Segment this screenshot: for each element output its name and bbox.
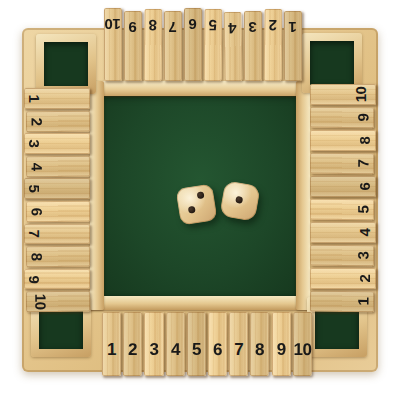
- tile-right-9[interactable]: 9: [310, 107, 374, 128]
- tile-number: 9: [129, 20, 137, 35]
- tile-left-7[interactable]: 7: [24, 224, 90, 245]
- tile-bottom-1[interactable]: 1: [102, 312, 121, 376]
- tile-number: 2: [269, 18, 277, 33]
- tile-number: 10: [33, 294, 48, 310]
- tile-number: 5: [356, 206, 371, 214]
- tile-number: 8: [29, 253, 44, 261]
- tile-number: 1: [27, 94, 42, 102]
- tile-number: 4: [358, 229, 373, 237]
- pip: [196, 192, 204, 200]
- tile-left-1[interactable]: 1: [24, 88, 90, 109]
- tile-right-5[interactable]: 5: [310, 199, 374, 220]
- tile-number: 8: [358, 137, 373, 145]
- pip: [187, 206, 195, 214]
- die-left[interactable]: [175, 183, 217, 225]
- tile-number: 6: [189, 17, 197, 32]
- tile-number: 1: [289, 20, 297, 35]
- tile-bottom-8[interactable]: 8: [250, 312, 270, 376]
- tile-number: 7: [234, 341, 243, 358]
- tile-number: 8: [149, 18, 157, 33]
- tile-number: 7: [356, 160, 371, 168]
- tile-bottom-9[interactable]: 9: [272, 312, 291, 376]
- inner-rail-bottom: [90, 296, 308, 310]
- corner-pocket-top-left: [36, 34, 96, 94]
- tile-left-8[interactable]: 8: [26, 246, 90, 267]
- tile-top-9[interactable]: 9: [124, 11, 142, 81]
- tile-number: 7: [169, 20, 177, 35]
- tile-left-2[interactable]: 2: [26, 110, 90, 131]
- tile-bottom-4[interactable]: 4: [165, 312, 185, 376]
- tile-number: 1: [356, 298, 371, 306]
- tile-number: 9: [27, 275, 42, 283]
- tile-bottom-6[interactable]: 6: [208, 312, 228, 376]
- tile-top-8[interactable]: 8: [144, 9, 163, 81]
- tile-number: 9: [356, 114, 371, 122]
- tile-right-7[interactable]: 7: [310, 153, 374, 174]
- tile-top-5[interactable]: 5: [204, 9, 223, 81]
- tile-number: 5: [192, 341, 201, 358]
- tile-number: 6: [358, 183, 373, 191]
- tile-left-3[interactable]: 3: [24, 133, 90, 154]
- tile-right-6[interactable]: 6: [310, 176, 376, 197]
- tile-right-4[interactable]: 4: [310, 222, 376, 243]
- tile-top-6[interactable]: 6: [184, 8, 202, 81]
- tile-number: 7: [27, 230, 42, 238]
- tile-top-7[interactable]: 7: [164, 11, 182, 81]
- tile-top-2[interactable]: 2: [264, 9, 283, 81]
- inner-rail-top: [88, 81, 308, 96]
- tile-right-3[interactable]: 3: [310, 245, 374, 266]
- corner-pocket-felt: [310, 41, 354, 85]
- tile-number: 8: [255, 341, 264, 358]
- tile-rack-right: 10987654321: [310, 84, 376, 312]
- tile-left-6[interactable]: 6: [26, 201, 90, 222]
- tile-number: 4: [229, 21, 237, 36]
- tile-rack-bottom: 12345678910: [102, 312, 312, 376]
- tile-top-1[interactable]: 1: [284, 11, 302, 81]
- tile-number: 5: [209, 18, 217, 33]
- tile-number: 6: [29, 207, 44, 215]
- tile-right-10[interactable]: 10: [310, 84, 376, 105]
- tile-number: 3: [27, 140, 42, 148]
- tile-top-4[interactable]: 4: [224, 12, 243, 81]
- inner-rail-left: [90, 81, 104, 310]
- tile-number: 2: [358, 275, 373, 283]
- tile-number: 10: [293, 341, 311, 358]
- tile-number: 2: [29, 117, 44, 125]
- tile-number: 6: [213, 341, 222, 358]
- tile-number: 9: [277, 341, 286, 358]
- tile-number: 3: [356, 252, 371, 260]
- tile-number: 4: [29, 162, 44, 170]
- tile-number: 10: [354, 87, 369, 103]
- tile-rack-top: 10987654321: [104, 8, 302, 81]
- tile-number: 3: [249, 20, 257, 35]
- tile-top-10[interactable]: 10: [104, 8, 122, 81]
- tile-bottom-5[interactable]: 5: [187, 312, 206, 376]
- tile-right-2[interactable]: 2: [310, 268, 376, 289]
- tile-right-1[interactable]: 1: [310, 291, 374, 312]
- tile-bottom-7[interactable]: 7: [229, 312, 248, 376]
- tile-rack-left: 12345678910: [24, 88, 90, 312]
- inner-rail-right: [296, 81, 310, 310]
- tile-number: 1: [107, 341, 116, 358]
- pip: [235, 195, 243, 203]
- tile-number: 5: [27, 185, 42, 193]
- tile-bottom-3[interactable]: 3: [144, 312, 163, 376]
- tile-left-9[interactable]: 9: [24, 269, 90, 290]
- tile-left-5[interactable]: 5: [24, 178, 90, 199]
- corner-pocket-felt: [44, 42, 88, 86]
- tile-right-8[interactable]: 8: [310, 130, 376, 151]
- tile-number: 4: [171, 341, 180, 358]
- tile-number: 2: [128, 341, 137, 358]
- tile-left-4[interactable]: 4: [26, 156, 90, 177]
- photo-background: 10987654321 12345678910 10987654321 1234…: [0, 0, 400, 400]
- tile-number: 3: [150, 341, 159, 358]
- tile-bottom-10[interactable]: 10: [293, 312, 313, 376]
- tile-top-3[interactable]: 3: [244, 11, 262, 81]
- tile-bottom-2[interactable]: 2: [123, 312, 143, 376]
- tile-left-10[interactable]: 10: [26, 291, 90, 312]
- tile-number: 10: [105, 17, 121, 32]
